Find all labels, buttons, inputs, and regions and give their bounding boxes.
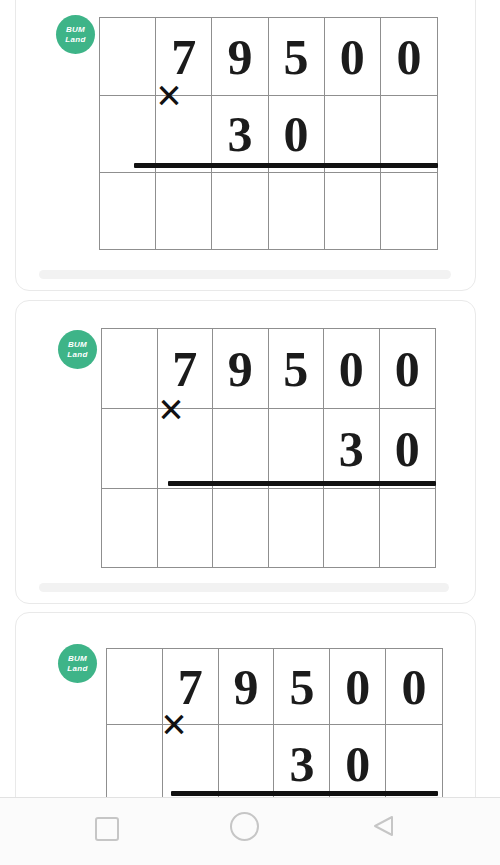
grid-cell: 0 xyxy=(386,649,442,725)
grid-cell xyxy=(102,409,158,489)
grid-cell: 9 xyxy=(219,649,275,725)
logo-text-line1: BUM xyxy=(68,654,87,663)
grid-cell: 0 xyxy=(380,409,436,489)
grid-cell: 0 xyxy=(330,649,386,725)
grid-cell xyxy=(107,725,163,803)
grid-cell: 3 xyxy=(324,409,380,489)
logo-text-line2: Land xyxy=(67,664,87,673)
logo-text-line1: BUM xyxy=(68,340,87,349)
grid-cell: 5 xyxy=(269,329,325,409)
grid-cell xyxy=(156,173,212,249)
grid-cell xyxy=(102,489,158,567)
grid-cell: 0 xyxy=(269,96,325,173)
result-line-2 xyxy=(168,481,436,486)
multiply-sign-1: × xyxy=(152,79,186,113)
home-button[interactable] xyxy=(230,812,259,841)
multiply-sign-3: × xyxy=(157,708,191,742)
grid-cell xyxy=(100,96,156,173)
grid-cell: 9 xyxy=(212,18,268,96)
divider-strip-2 xyxy=(39,583,449,592)
grid-cell xyxy=(107,649,163,725)
grid-cell xyxy=(100,18,156,96)
bumland-logo: BUM Land xyxy=(58,644,97,683)
answer-card-2: BUM Land 7950030 × xyxy=(15,300,476,604)
grid-cell: 0 xyxy=(325,18,381,96)
grid-cell xyxy=(381,96,437,173)
grid-cell xyxy=(269,173,325,249)
grid-cell xyxy=(380,489,436,567)
grid-cell xyxy=(102,329,158,409)
logo-text-line1: BUM xyxy=(66,25,85,34)
grid-cell xyxy=(213,489,269,567)
grid-cell: 3 xyxy=(212,96,268,173)
grid-cell xyxy=(324,489,380,567)
grid-cell: 0 xyxy=(380,329,436,409)
back-button[interactable] xyxy=(369,813,397,839)
grid-cell xyxy=(381,173,437,249)
grid-cell: 5 xyxy=(269,18,325,96)
multiply-sign-2: × xyxy=(154,393,188,427)
result-line-3 xyxy=(171,791,438,796)
divider-strip-1 xyxy=(39,270,451,279)
recents-button[interactable] xyxy=(95,817,119,841)
grid-cell xyxy=(325,173,381,249)
grid-cell xyxy=(213,409,269,489)
answer-card-1: BUM Land 7950030 × xyxy=(15,0,476,291)
logo-text-line2: Land xyxy=(65,35,85,44)
bumland-logo: BUM Land xyxy=(58,330,97,369)
grid-cell: 0 xyxy=(381,18,437,96)
grid-cell xyxy=(158,489,214,567)
bumland-logo: BUM Land xyxy=(56,15,95,54)
logo-text-line2: Land xyxy=(67,350,87,359)
grid-cell: 5 xyxy=(274,649,330,725)
multiplication-grid-2: 7950030 xyxy=(101,328,436,568)
back-triangle-icon xyxy=(375,817,392,835)
grid-cell: 0 xyxy=(324,329,380,409)
android-navbar xyxy=(0,797,500,865)
grid-cell xyxy=(325,96,381,173)
grid-cell xyxy=(212,173,268,249)
grid-cell xyxy=(100,173,156,249)
multiplication-grid-1: 7950030 xyxy=(99,17,438,250)
grid-cell: 9 xyxy=(213,329,269,409)
screen: BUM Land 7950030 × BUM Land 7950030 × BU… xyxy=(0,0,500,865)
grid-cell xyxy=(269,409,325,489)
grid-cell xyxy=(269,489,325,567)
result-line-1 xyxy=(134,163,438,168)
